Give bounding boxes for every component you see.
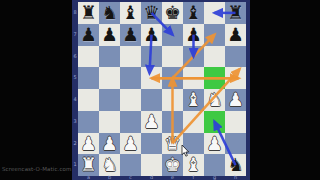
- square-e1[interactable]: ♚: [162, 154, 183, 176]
- square-e6[interactable]: [162, 46, 183, 68]
- square-d1[interactable]: [141, 154, 162, 176]
- piece-bP-a7[interactable]: ♟: [78, 24, 99, 46]
- square-c2[interactable]: ♟: [120, 133, 141, 155]
- board-squares: ♜♞♝♛♚♝♜♟♟♟♟♟♟♝♞♟♟♟♟♟♛♟♜♞♚♝♞: [78, 2, 246, 176]
- file-label-f: f: [183, 175, 204, 180]
- square-a8[interactable]: ♜: [78, 2, 99, 24]
- square-g5[interactable]: [204, 67, 225, 89]
- square-a7[interactable]: ♟: [78, 24, 99, 46]
- square-d2[interactable]: [141, 133, 162, 155]
- piece-wB-f1[interactable]: ♝: [183, 154, 204, 176]
- video-frame: 87654321 ♜♞♝♛♚♝♜♟♟♟♟♟♟♝♞♟♟♟♟♟♛♟♜♞♚♝♞ abc…: [0, 0, 320, 180]
- file-label-a: a: [78, 175, 99, 180]
- square-h4[interactable]: ♟: [225, 89, 246, 111]
- square-c4[interactable]: [120, 89, 141, 111]
- square-c1[interactable]: [120, 154, 141, 176]
- square-g7[interactable]: [204, 24, 225, 46]
- piece-bN-h1[interactable]: ♞: [225, 154, 246, 176]
- square-h5[interactable]: [225, 67, 246, 89]
- square-a3[interactable]: [78, 111, 99, 133]
- piece-wR-a1[interactable]: ♜: [78, 154, 99, 176]
- square-c5[interactable]: [120, 67, 141, 89]
- file-label-d: d: [141, 175, 162, 180]
- piece-bN-b8[interactable]: ♞: [99, 2, 120, 24]
- square-b3[interactable]: [99, 111, 120, 133]
- square-d5[interactable]: [141, 67, 162, 89]
- square-d8[interactable]: ♛: [141, 2, 162, 24]
- square-c6[interactable]: [120, 46, 141, 68]
- square-h1[interactable]: ♞: [225, 154, 246, 176]
- square-a5[interactable]: [78, 67, 99, 89]
- square-e7[interactable]: [162, 24, 183, 46]
- square-e2[interactable]: ♛: [162, 133, 183, 155]
- square-c7[interactable]: ♟: [120, 24, 141, 46]
- square-a1[interactable]: ♜: [78, 154, 99, 176]
- piece-wP-a2[interactable]: ♟: [78, 133, 99, 155]
- square-g8[interactable]: [204, 2, 225, 24]
- square-a2[interactable]: ♟: [78, 133, 99, 155]
- piece-wP-d3[interactable]: ♟: [141, 111, 162, 133]
- piece-bK-e8[interactable]: ♚: [162, 2, 183, 24]
- file-labels: abcdefgh: [78, 175, 246, 180]
- square-b6[interactable]: [99, 46, 120, 68]
- square-f6[interactable]: [183, 46, 204, 68]
- square-f3[interactable]: [183, 111, 204, 133]
- square-c8[interactable]: ♝: [120, 2, 141, 24]
- piece-bR-h8[interactable]: ♜: [225, 2, 246, 24]
- file-label-h: h: [225, 175, 246, 180]
- square-f2[interactable]: [183, 133, 204, 155]
- square-c3[interactable]: [120, 111, 141, 133]
- square-h8[interactable]: ♜: [225, 2, 246, 24]
- square-g3[interactable]: [204, 111, 225, 133]
- square-a6[interactable]: [78, 46, 99, 68]
- file-label-b: b: [99, 175, 120, 180]
- piece-bP-c7[interactable]: ♟: [120, 24, 141, 46]
- piece-bP-d7[interactable]: ♟: [141, 24, 162, 46]
- file-label-e: e: [162, 175, 183, 180]
- square-e5[interactable]: [162, 67, 183, 89]
- square-b8[interactable]: ♞: [99, 2, 120, 24]
- square-g2[interactable]: ♟: [204, 133, 225, 155]
- piece-wP-h4[interactable]: ♟: [225, 89, 246, 111]
- square-b2[interactable]: ♟: [99, 133, 120, 155]
- piece-bQ-d8[interactable]: ♛: [141, 2, 162, 24]
- square-b5[interactable]: [99, 67, 120, 89]
- watermark-text: Screencast-O-Matic.com: [2, 166, 70, 173]
- piece-bB-f8[interactable]: ♝: [183, 2, 204, 24]
- piece-bP-b7[interactable]: ♟: [99, 24, 120, 46]
- piece-wP-c2[interactable]: ♟: [120, 133, 141, 155]
- square-d4[interactable]: [141, 89, 162, 111]
- square-f8[interactable]: ♝: [183, 2, 204, 24]
- square-f1[interactable]: ♝: [183, 154, 204, 176]
- square-e3[interactable]: [162, 111, 183, 133]
- square-a4[interactable]: [78, 89, 99, 111]
- square-f4[interactable]: ♝: [183, 89, 204, 111]
- square-d6[interactable]: [141, 46, 162, 68]
- square-g4[interactable]: ♞: [204, 89, 225, 111]
- piece-wN-b1[interactable]: ♞: [99, 154, 120, 176]
- piece-bP-h7[interactable]: ♟: [225, 24, 246, 46]
- square-g1[interactable]: [204, 154, 225, 176]
- square-e4[interactable]: [162, 89, 183, 111]
- square-b1[interactable]: ♞: [99, 154, 120, 176]
- square-e8[interactable]: ♚: [162, 2, 183, 24]
- square-g6[interactable]: [204, 46, 225, 68]
- square-f7[interactable]: ♟: [183, 24, 204, 46]
- square-b4[interactable]: [99, 89, 120, 111]
- file-label-g: g: [204, 175, 225, 180]
- piece-bP-f7[interactable]: ♟: [183, 24, 204, 46]
- piece-wN-g4[interactable]: ♞: [204, 89, 225, 111]
- piece-bB-c8[interactable]: ♝: [120, 2, 141, 24]
- square-h3[interactable]: [225, 111, 246, 133]
- piece-wP-g2[interactable]: ♟: [204, 133, 225, 155]
- piece-wB-f4[interactable]: ♝: [183, 89, 204, 111]
- piece-wK-e1[interactable]: ♚: [162, 154, 183, 176]
- square-f5[interactable]: [183, 67, 204, 89]
- square-d7[interactable]: ♟: [141, 24, 162, 46]
- chess-board: 87654321 ♜♞♝♛♚♝♜♟♟♟♟♟♟♝♞♟♟♟♟♟♛♟♜♞♚♝♞ abc…: [72, 0, 250, 180]
- square-h6[interactable]: [225, 46, 246, 68]
- piece-wP-b2[interactable]: ♟: [99, 133, 120, 155]
- square-b7[interactable]: ♟: [99, 24, 120, 46]
- square-d3[interactable]: ♟: [141, 111, 162, 133]
- piece-wQ-e2[interactable]: ♛: [162, 133, 183, 155]
- file-label-c: c: [120, 175, 141, 180]
- square-h7[interactable]: ♟: [225, 24, 246, 46]
- piece-bR-a8[interactable]: ♜: [78, 2, 99, 24]
- square-h2[interactable]: [225, 133, 246, 155]
